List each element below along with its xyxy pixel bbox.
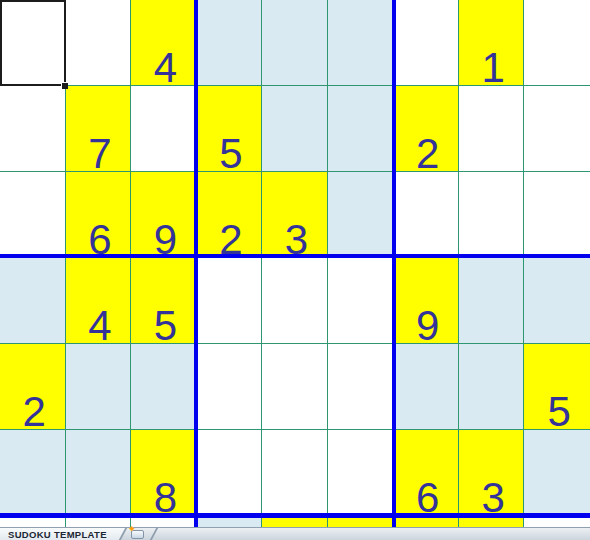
given-digit: 4 — [154, 52, 177, 85]
cell-r4c1[interactable] — [0, 258, 66, 344]
cell-r5c5[interactable] — [262, 344, 328, 430]
cell-r4c7[interactable]: 9 — [393, 258, 459, 344]
cell-r5c4[interactable] — [197, 344, 263, 430]
sudoku-board-grid: 41752692345925863 — [0, 0, 590, 527]
given-digit: 4 — [88, 310, 111, 343]
box-border-horizontal-2 — [0, 513, 590, 518]
sheet-tab-bar: SUDOKU TEMPLATE ✦ — [0, 527, 590, 540]
cell-r6c2[interactable] — [66, 430, 132, 516]
sheet-tab[interactable]: SUDOKU TEMPLATE — [0, 528, 127, 540]
cell-r1c3[interactable]: 4 — [131, 0, 197, 86]
fill-handle[interactable] — [61, 82, 68, 89]
cell-r2c7[interactable]: 2 — [393, 86, 459, 172]
sheet-tab-label: SUDOKU TEMPLATE — [8, 529, 107, 540]
cell-r3c6[interactable] — [328, 172, 394, 258]
cell-r2c4[interactable]: 5 — [197, 86, 263, 172]
cell-r6c3[interactable]: 8 — [131, 430, 197, 516]
cell-r4c6[interactable] — [328, 258, 394, 344]
given-digit: 2 — [416, 138, 439, 171]
cell-r5c9[interactable]: 5 — [524, 344, 590, 430]
cell-r6c9[interactable] — [524, 430, 590, 516]
given-digit: 7 — [88, 138, 111, 171]
cell-r4c5[interactable] — [262, 258, 328, 344]
cell-r3c8[interactable] — [459, 172, 525, 258]
cell-r1c8[interactable]: 1 — [459, 0, 525, 86]
cell-r3c5[interactable]: 3 — [262, 172, 328, 258]
given-digit: 1 — [481, 52, 504, 85]
cell-r5c8[interactable] — [459, 344, 525, 430]
cell-r5c3[interactable] — [131, 344, 197, 430]
given-digit: 9 — [416, 310, 439, 343]
given-digit: 2 — [219, 224, 242, 257]
cell-r6c5[interactable] — [262, 430, 328, 516]
cell-r3c4[interactable]: 2 — [197, 172, 263, 258]
given-digit: 3 — [285, 224, 308, 257]
cell-r2c5[interactable] — [262, 86, 328, 172]
sudoku-board: 41752692345925863 — [0, 0, 590, 527]
cell-r3c2[interactable]: 6 — [66, 172, 132, 258]
cell-r4c3[interactable]: 5 — [131, 258, 197, 344]
sparkle-icon: ✦ — [128, 525, 136, 534]
given-digit: 6 — [416, 482, 439, 515]
cell-r4c9[interactable] — [524, 258, 590, 344]
cell-r4c4[interactable] — [197, 258, 263, 344]
given-digit: 3 — [481, 482, 504, 515]
cell-r1c6[interactable] — [328, 0, 394, 86]
cell-r6c8[interactable]: 3 — [459, 430, 525, 516]
cell-r1c9[interactable] — [524, 0, 590, 86]
cell-r1c1[interactable] — [0, 0, 66, 86]
cell-r5c2[interactable] — [66, 344, 132, 430]
cell-r2c6[interactable] — [328, 86, 394, 172]
cell-r3c3[interactable]: 9 — [131, 172, 197, 258]
cell-r5c1[interactable]: 2 — [0, 344, 66, 430]
given-digit: 2 — [23, 396, 46, 429]
box-border-vertical-2 — [392, 0, 396, 527]
cell-r3c1[interactable] — [0, 172, 66, 258]
insert-worksheet-icon[interactable]: ✦ — [131, 530, 144, 539]
cell-r6c6[interactable] — [328, 430, 394, 516]
given-digit: 5 — [154, 310, 177, 343]
cell-r2c2[interactable]: 7 — [66, 86, 132, 172]
cell-r6c7[interactable]: 6 — [393, 430, 459, 516]
cell-r1c7[interactable] — [393, 0, 459, 86]
cell-r4c2[interactable]: 4 — [66, 258, 132, 344]
spreadsheet-viewport: 41752692345925863 SUDOKU TEMPLATE ✦ — [0, 0, 590, 540]
given-digit: 8 — [154, 482, 177, 515]
cell-r5c6[interactable] — [328, 344, 394, 430]
tab-separator — [150, 528, 158, 540]
cell-r1c2[interactable] — [66, 0, 132, 86]
cell-r5c7[interactable] — [393, 344, 459, 430]
given-digit: 5 — [548, 396, 571, 429]
box-border-horizontal-1 — [0, 254, 590, 258]
cell-r4c8[interactable] — [459, 258, 525, 344]
cell-r1c5[interactable] — [262, 0, 328, 86]
cell-r6c4[interactable] — [197, 430, 263, 516]
given-digit: 9 — [154, 224, 177, 257]
cell-r3c7[interactable] — [393, 172, 459, 258]
cell-r3c9[interactable] — [524, 172, 590, 258]
cell-r2c3[interactable] — [131, 86, 197, 172]
cell-r2c9[interactable] — [524, 86, 590, 172]
given-digit: 6 — [88, 224, 111, 257]
cell-r2c1[interactable] — [0, 86, 66, 172]
cell-r6c1[interactable] — [0, 430, 66, 516]
box-border-vertical-1 — [194, 0, 198, 527]
given-digit: 5 — [219, 138, 242, 171]
cell-r2c8[interactable] — [459, 86, 525, 172]
cell-r1c4[interactable] — [197, 0, 263, 86]
